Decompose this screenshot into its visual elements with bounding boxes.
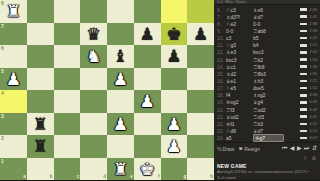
white-move[interactable]: 0-0 bbox=[226, 28, 253, 34]
move-time-chip: 2:01 bbox=[300, 50, 318, 54]
square-d8[interactable] bbox=[80, 0, 107, 23]
white-pawn[interactable]: ♟ bbox=[107, 68, 134, 91]
time-bar bbox=[300, 87, 307, 90]
square-d5[interactable] bbox=[80, 68, 107, 91]
square-f7[interactable]: ♟ bbox=[134, 23, 161, 46]
square-f5[interactable] bbox=[134, 68, 161, 91]
move-row: 6.♘c3♗e62:45 bbox=[214, 6, 320, 13]
square-d6[interactable]: ♞ bbox=[80, 45, 107, 68]
black-move[interactable]: b4 bbox=[253, 42, 280, 48]
square-c1[interactable]: c bbox=[54, 158, 81, 181]
move-time: 1:40 bbox=[308, 65, 317, 69]
move-time: 1:31 bbox=[308, 72, 317, 76]
move-number: 7. bbox=[217, 14, 226, 20]
square-a3[interactable]: 3 bbox=[0, 113, 27, 136]
black-move[interactable]: ♖b2 bbox=[253, 57, 280, 63]
move-number: 10. bbox=[217, 35, 226, 41]
move-time: 0:40 bbox=[308, 108, 317, 112]
move-number: 17. bbox=[217, 85, 226, 91]
square-c4[interactable] bbox=[54, 90, 81, 113]
black-pawn[interactable]: ♟ bbox=[187, 23, 214, 46]
square-a8[interactable]: 8♜ bbox=[0, 0, 27, 23]
white-pawn[interactable]: ♟ bbox=[0, 68, 27, 91]
time-bar bbox=[300, 80, 307, 83]
black-rook[interactable]: ♜ bbox=[27, 135, 54, 158]
black-move[interactable]: ♗h3 bbox=[253, 78, 280, 84]
square-a1[interactable]: 1a bbox=[0, 158, 27, 181]
time-bar bbox=[300, 37, 307, 40]
time-bar bbox=[300, 58, 307, 61]
move-time: 2:45 bbox=[308, 8, 317, 12]
game-controls: ½ Draw ⚑ Resign ⏮◀▶⏭⇵ bbox=[214, 142, 320, 154]
white-move[interactable]: ♔f1 bbox=[226, 121, 253, 127]
move-time: 2:15 bbox=[308, 43, 317, 47]
black-move[interactable]: ♖xf3 bbox=[253, 114, 280, 120]
time-bar bbox=[300, 65, 307, 68]
file-coordinate-d: d bbox=[103, 174, 106, 179]
square-h7[interactable]: ♟ bbox=[187, 23, 214, 46]
move-time-chip: 0:15 bbox=[300, 129, 318, 133]
white-move[interactable]: ♘e2 bbox=[226, 21, 253, 27]
move-time-chip: 1:31 bbox=[300, 72, 318, 76]
move-time-chip: 0:40 bbox=[300, 108, 318, 112]
square-e8[interactable] bbox=[107, 0, 134, 23]
square-h1[interactable]: h bbox=[187, 158, 214, 181]
rank-coordinate-7: 7 bbox=[1, 24, 4, 29]
square-g4[interactable] bbox=[161, 90, 188, 113]
move-time-chip: 0:49 bbox=[300, 100, 318, 104]
time-bar bbox=[300, 51, 307, 54]
square-f2[interactable] bbox=[134, 135, 161, 158]
rank-coordinate-5: 5 bbox=[1, 69, 4, 74]
new-game-players: AnishgX (2134) vs. tournamentpressure (2… bbox=[217, 169, 317, 180]
move-number: 15. bbox=[217, 71, 226, 77]
previous-move-button[interactable]: ◀ bbox=[290, 143, 295, 154]
white-move[interactable]: ♖f3 bbox=[226, 107, 253, 113]
move-time: 1:54 bbox=[308, 58, 317, 62]
offer-draw-label: Draw bbox=[223, 146, 235, 152]
move-number: 6. bbox=[217, 7, 226, 13]
time-bar bbox=[300, 137, 307, 140]
last-move-button[interactable]: ⏭ bbox=[304, 143, 309, 154]
file-coordinate-a: a bbox=[23, 174, 26, 179]
white-move[interactable]: bxc3 bbox=[226, 57, 253, 63]
move-row: 15.♗d2♖8b31:31 bbox=[214, 70, 320, 77]
file-coordinate-g: g bbox=[184, 174, 187, 179]
move-time-chip: 1:40 bbox=[300, 65, 318, 69]
move-time: 0:31 bbox=[308, 115, 317, 119]
move-number: 21. bbox=[217, 114, 226, 120]
square-a4[interactable]: 4 bbox=[0, 90, 27, 113]
move-number: 14. bbox=[217, 64, 226, 70]
white-move[interactable]: a5 bbox=[226, 135, 253, 141]
time-bar bbox=[300, 130, 307, 133]
white-move[interactable]: ♗e3 bbox=[226, 49, 253, 55]
white-knight[interactable]: ♞ bbox=[80, 45, 107, 68]
move-navigation: ⏮◀▶⏭⇵ bbox=[279, 143, 317, 154]
first-move-button[interactable]: ⏮ bbox=[282, 143, 287, 154]
move-time: 0:07 bbox=[308, 136, 317, 140]
move-number: 8. bbox=[217, 21, 226, 27]
move-time-chip: 1:22 bbox=[300, 79, 318, 83]
white-move[interactable]: ♕e1 bbox=[226, 78, 253, 84]
black-move[interactable]: ♕g4 bbox=[253, 99, 280, 105]
time-bar bbox=[300, 44, 307, 47]
move-time: 2:41 bbox=[308, 15, 317, 19]
black-move[interactable]: dxe5 bbox=[253, 85, 280, 91]
square-d4[interactable] bbox=[80, 90, 107, 113]
square-f4[interactable]: ♟ bbox=[134, 90, 161, 113]
move-time-chip: 0:31 bbox=[300, 115, 318, 119]
next-move-button[interactable]: ▶ bbox=[297, 143, 302, 154]
square-f1[interactable]: f♚ bbox=[134, 158, 161, 181]
move-row: 20.♖f3♖xd20:40 bbox=[214, 106, 320, 113]
move-row: 12.♗e3bxc32:01 bbox=[214, 49, 320, 56]
rank-coordinate-8: 8 bbox=[1, 1, 4, 6]
white-move[interactable]: ♘c3 bbox=[226, 7, 253, 13]
square-h6[interactable] bbox=[187, 45, 214, 68]
square-b1[interactable]: b bbox=[27, 158, 54, 181]
move-time-chip: 1:54 bbox=[300, 58, 318, 62]
move-time: 2:30 bbox=[308, 29, 317, 33]
square-e3[interactable]: ♟ bbox=[107, 113, 134, 136]
white-pawn[interactable]: ♟ bbox=[161, 113, 188, 136]
square-b4[interactable] bbox=[27, 90, 54, 113]
move-time-chip: 2:30 bbox=[300, 29, 318, 33]
square-h8[interactable] bbox=[187, 0, 214, 23]
white-rook[interactable]: ♜ bbox=[0, 0, 27, 23]
move-number: 13. bbox=[217, 57, 226, 63]
black-move[interactable]: bxc3 bbox=[253, 49, 280, 55]
move-time-chip: 1:10 bbox=[300, 86, 318, 90]
black-move-current[interactable]: ♔g7 bbox=[253, 134, 284, 142]
black-move[interactable]: ♖b3 bbox=[253, 121, 280, 127]
square-e4[interactable] bbox=[107, 90, 134, 113]
move-number: 16. bbox=[217, 78, 226, 84]
move-row: 9.0-0♖ab82:30 bbox=[214, 27, 320, 34]
chess-board[interactable]: 8♜7♛♟♚♟6♞♝♟5♟♟4♟3♜♟♟2♜♟1abcde♜f♚gh bbox=[0, 0, 214, 180]
time-bar bbox=[300, 108, 307, 111]
move-number: 19. bbox=[217, 99, 226, 105]
square-f3[interactable] bbox=[134, 113, 161, 136]
black-move[interactable]: ♖8b3 bbox=[253, 71, 280, 77]
move-row: 18.f4♗xg20:58 bbox=[214, 92, 320, 99]
offer-draw-button[interactable]: ½ Draw bbox=[217, 146, 234, 152]
black-move[interactable]: ♕d7 bbox=[253, 128, 280, 134]
square-d7[interactable]: ♛ bbox=[80, 23, 107, 46]
file-coordinate-e: e bbox=[130, 174, 133, 179]
square-a6[interactable]: 6 bbox=[0, 45, 27, 68]
move-row: 8.♘e20-02:38 bbox=[214, 20, 320, 27]
move-row: 17.♘e5dxe51:10 bbox=[214, 85, 320, 92]
move-time: 2:38 bbox=[308, 22, 317, 26]
move-time: 1:22 bbox=[308, 79, 317, 83]
square-a7[interactable]: 7 bbox=[0, 23, 27, 46]
move-row: 16.♕e1♗h31:22 bbox=[214, 77, 320, 84]
black-pawn[interactable]: ♟ bbox=[134, 23, 161, 46]
white-move[interactable]: ♗d3?! bbox=[226, 14, 253, 20]
square-a2[interactable]: 2 bbox=[0, 135, 27, 158]
square-b7[interactable] bbox=[27, 23, 54, 46]
time-bar bbox=[300, 73, 307, 76]
square-a5[interactable]: 5♟ bbox=[0, 68, 27, 91]
time-bar bbox=[300, 94, 307, 97]
black-queen[interactable]: ♛ bbox=[80, 23, 107, 46]
square-e2[interactable] bbox=[107, 135, 134, 158]
move-time-chip: 2:22 bbox=[300, 36, 318, 40]
square-h2[interactable] bbox=[187, 135, 214, 158]
square-f6[interactable] bbox=[134, 45, 161, 68]
resign-button[interactable]: ⚑ Resign bbox=[238, 146, 260, 152]
square-g5[interactable] bbox=[161, 68, 188, 91]
settings-gear-icon[interactable]: ⚙ bbox=[312, 155, 316, 161]
move-number: 11. bbox=[217, 42, 226, 48]
move-time-chip: 2:41 bbox=[300, 15, 318, 19]
square-h3[interactable] bbox=[187, 113, 214, 136]
move-row: 24.a5♔g70:07 bbox=[214, 135, 320, 142]
move-time-chip: 0:22 bbox=[300, 122, 318, 126]
square-b5[interactable] bbox=[27, 68, 54, 91]
move-number: 12. bbox=[217, 49, 226, 55]
move-time-chip: 2:15 bbox=[300, 43, 318, 47]
move-number: 23. bbox=[217, 128, 226, 134]
square-b3[interactable]: ♜ bbox=[27, 113, 54, 136]
move-number: 22. bbox=[217, 121, 226, 127]
rank-coordinate-3: 3 bbox=[1, 114, 4, 119]
white-move[interactable]: ♘e5 bbox=[226, 85, 253, 91]
move-number: 20. bbox=[217, 107, 226, 113]
white-move[interactable]: c3 bbox=[226, 35, 253, 41]
black-move[interactable]: ♖xd2 bbox=[253, 107, 280, 113]
square-c2[interactable] bbox=[54, 135, 81, 158]
flip-board-button[interactable]: ⇵ bbox=[312, 143, 317, 154]
move-time: 0:15 bbox=[308, 129, 317, 133]
move-time-chip: 2:45 bbox=[300, 8, 318, 12]
file-coordinate-h: h bbox=[210, 174, 213, 179]
time-bar bbox=[300, 15, 307, 18]
square-h4[interactable] bbox=[187, 90, 214, 113]
move-time: 1:10 bbox=[308, 86, 317, 90]
square-b2[interactable]: ♜ bbox=[27, 135, 54, 158]
move-row: 14.♕c1♖fb81:40 bbox=[214, 63, 320, 70]
move-time: 2:01 bbox=[308, 50, 317, 54]
move-time-chip: 2:38 bbox=[300, 22, 318, 26]
move-row: 22.♔f1♖b30:22 bbox=[214, 120, 320, 127]
resign-label: Resign bbox=[244, 146, 260, 152]
move-row: 13.bxc3♖b21:54 bbox=[214, 56, 320, 63]
square-f8[interactable] bbox=[134, 0, 161, 23]
white-pawn[interactable]: ♟ bbox=[134, 90, 161, 113]
black-move[interactable]: ♗e6 bbox=[253, 7, 280, 13]
move-row: 19.♔xg2♕g40:49 bbox=[214, 99, 320, 106]
square-e7[interactable] bbox=[107, 23, 134, 46]
square-b6[interactable] bbox=[27, 45, 54, 68]
file-coordinate-b: b bbox=[50, 174, 53, 179]
rank-coordinate-4: 4 bbox=[1, 91, 4, 96]
square-g7[interactable]: ♚ bbox=[161, 23, 188, 46]
white-pawn[interactable]: ♟ bbox=[107, 113, 134, 136]
half-point-icon: ½ bbox=[217, 146, 222, 152]
square-c5[interactable] bbox=[54, 68, 81, 91]
move-row: 7.♗d3?!♕d72:41 bbox=[214, 13, 320, 20]
white-move[interactable]: ♘d6 bbox=[226, 128, 253, 134]
white-move[interactable]: f4 bbox=[226, 92, 253, 98]
rank-coordinate-6: 6 bbox=[1, 46, 4, 51]
move-row: 21.♕xd2♖xf30:31 bbox=[214, 113, 320, 120]
side-panel: 3+0 • Blitz • Rated 6.♘c3♗e62:457.♗d3?!♕… bbox=[214, 0, 320, 180]
square-e6[interactable]: ♝ bbox=[107, 45, 134, 68]
square-g2[interactable]: ♟ bbox=[161, 135, 188, 158]
square-g1[interactable]: g bbox=[161, 158, 188, 181]
white-move[interactable]: ♔xg2 bbox=[226, 99, 253, 105]
black-king[interactable]: ♚ bbox=[161, 23, 188, 46]
move-number: 18. bbox=[217, 92, 226, 98]
square-e5[interactable]: ♟ bbox=[107, 68, 134, 91]
square-d3[interactable] bbox=[80, 113, 107, 136]
app-window: 8♜7♛♟♚♟6♞♝♟5♟♟4♟3♜♟♟2♜♟1abcde♜f♚gh 3+0 •… bbox=[0, 0, 320, 180]
file-coordinate-f: f bbox=[158, 174, 160, 179]
move-row: 10.c3b52:22 bbox=[214, 35, 320, 42]
move-number: 9. bbox=[217, 28, 226, 34]
time-bar bbox=[300, 8, 307, 11]
black-move[interactable]: ♕d7 bbox=[253, 14, 280, 20]
square-g6[interactable]: ♟ bbox=[161, 45, 188, 68]
black-rook[interactable]: ♜ bbox=[27, 113, 54, 136]
white-move[interactable]: ♕xd2 bbox=[226, 114, 253, 120]
move-time: 0:58 bbox=[308, 93, 317, 97]
time-bar bbox=[300, 115, 307, 118]
black-move[interactable]: ♖fb8 bbox=[253, 64, 280, 70]
square-e1[interactable]: e♜ bbox=[107, 158, 134, 181]
move-time-chip: 0:58 bbox=[300, 93, 318, 97]
move-time-chip: 0:07 bbox=[300, 136, 318, 140]
time-bar bbox=[300, 123, 307, 126]
white-king[interactable]: ♚ bbox=[134, 158, 161, 181]
move-number: 24. bbox=[217, 135, 226, 141]
move-time: 0:22 bbox=[308, 122, 317, 126]
move-row: 11.♘g3b42:15 bbox=[214, 42, 320, 49]
white-move[interactable]: ♕c1 bbox=[226, 64, 253, 70]
time-bar bbox=[300, 30, 307, 33]
white-pawn[interactable]: ♟ bbox=[161, 135, 188, 158]
square-d2[interactable] bbox=[80, 135, 107, 158]
panel-subicons: ⚐⚙ bbox=[214, 154, 320, 162]
time-bar bbox=[300, 101, 307, 104]
time-bar bbox=[300, 23, 307, 26]
move-time: 2:22 bbox=[308, 36, 317, 40]
move-list[interactable]: 6.♘c3♗e62:457.♗d3?!♕d72:418.♘e20-02:389.… bbox=[214, 5, 320, 142]
file-coordinate-c: c bbox=[77, 174, 80, 179]
black-move[interactable]: ♗xg2 bbox=[253, 92, 280, 98]
square-g8[interactable] bbox=[161, 0, 188, 23]
new-game-block: NEW GAME AnishgX (2134) vs. tournamentpr… bbox=[214, 162, 320, 180]
white-move[interactable]: ♗d2 bbox=[226, 71, 253, 77]
square-g3[interactable]: ♟ bbox=[161, 113, 188, 136]
resign-flag-icon: ⚑ bbox=[238, 146, 243, 152]
black-move[interactable]: ♖ab8 bbox=[253, 28, 280, 34]
rank-coordinate-1: 1 bbox=[1, 159, 4, 164]
square-h5[interactable] bbox=[187, 68, 214, 91]
move-time: 0:49 bbox=[308, 100, 317, 104]
square-c3[interactable] bbox=[54, 113, 81, 136]
black-bishop[interactable]: ♝ bbox=[107, 45, 134, 68]
square-d1[interactable]: d bbox=[80, 158, 107, 181]
flag-icon[interactable]: ⚐ bbox=[303, 155, 307, 161]
black-move[interactable]: b5 bbox=[253, 35, 280, 41]
square-c6[interactable] bbox=[54, 45, 81, 68]
rank-coordinate-2: 2 bbox=[1, 136, 4, 141]
black-move[interactable]: 0-0 bbox=[253, 21, 280, 27]
black-pawn[interactable]: ♟ bbox=[161, 45, 188, 68]
square-b8[interactable] bbox=[27, 0, 54, 23]
square-c8[interactable] bbox=[54, 0, 81, 23]
white-move[interactable]: ♘g3 bbox=[226, 42, 253, 48]
square-c7[interactable] bbox=[54, 23, 81, 46]
